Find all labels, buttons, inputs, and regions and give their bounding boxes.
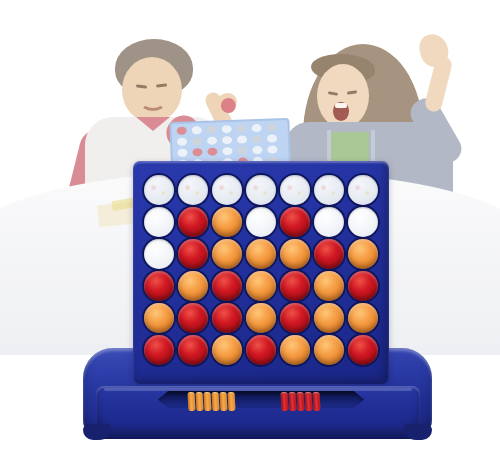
spare-orange-disc bbox=[212, 392, 220, 411]
mini-cell-r3c6 bbox=[252, 146, 262, 154]
cell-r1c6 bbox=[314, 175, 344, 205]
mini-cell-r3c1 bbox=[177, 149, 187, 157]
cell-r2c2 bbox=[178, 207, 208, 237]
mini-cell-r3c5 bbox=[237, 146, 247, 154]
spare-red-disc bbox=[305, 392, 313, 411]
cell-r4c6 bbox=[314, 271, 344, 301]
cell-r1c5 bbox=[280, 175, 310, 205]
cell-r2c6 bbox=[314, 207, 344, 237]
spare-orange-disc bbox=[220, 392, 228, 411]
mini-cell-r2c6 bbox=[252, 135, 262, 143]
cell-r4c4 bbox=[246, 271, 276, 301]
mini-cell-r2c1 bbox=[177, 138, 187, 146]
mini-cell-r3c4 bbox=[222, 147, 232, 155]
cell-r3c1 bbox=[144, 239, 174, 269]
mini-cell-r1c2 bbox=[192, 126, 202, 134]
cell-r1c3 bbox=[212, 175, 242, 205]
cell-r2c1 bbox=[144, 207, 174, 237]
mini-cell-r1c7 bbox=[267, 123, 277, 131]
cell-r4c1 bbox=[144, 271, 174, 301]
cell-r6c7 bbox=[348, 335, 378, 365]
mini-cell-r3c2 bbox=[192, 148, 202, 156]
cell-r5c7 bbox=[348, 303, 378, 333]
cell-r6c5 bbox=[280, 335, 310, 365]
cell-r2c4 bbox=[246, 207, 276, 237]
spare-orange-disc bbox=[188, 392, 196, 411]
spare-orange-disc bbox=[204, 392, 212, 411]
cell-r3c5 bbox=[280, 239, 310, 269]
mini-cell-r1c4 bbox=[222, 125, 232, 133]
cell-r3c3 bbox=[212, 239, 242, 269]
girl-teeth bbox=[335, 103, 347, 108]
boy-smile bbox=[140, 93, 166, 111]
mini-cell-r2c5 bbox=[237, 135, 247, 143]
spare-orange-disc bbox=[228, 392, 236, 411]
spare-red-disc bbox=[313, 392, 321, 411]
cell-r5c1 bbox=[144, 303, 174, 333]
mini-cell-r2c3 bbox=[207, 136, 217, 144]
mini-cell-r3c7 bbox=[267, 145, 277, 153]
cell-r1c2 bbox=[178, 175, 208, 205]
spare-red-disc bbox=[297, 392, 305, 411]
cell-r4c7 bbox=[348, 271, 378, 301]
spare-red-discs bbox=[281, 392, 320, 411]
cell-r6c6 bbox=[314, 335, 344, 365]
cell-r5c2 bbox=[178, 303, 208, 333]
spare-orange-disc bbox=[196, 392, 204, 411]
mini-cell-r2c7 bbox=[267, 134, 277, 142]
cell-r1c1 bbox=[144, 175, 174, 205]
base-bottom-edge bbox=[92, 429, 422, 439]
cell-r5c5 bbox=[280, 303, 310, 333]
cell-r3c4 bbox=[246, 239, 276, 269]
cell-r2c7 bbox=[348, 207, 378, 237]
cell-r5c6 bbox=[314, 303, 344, 333]
mini-cell-r1c3 bbox=[207, 125, 217, 133]
base-right-foot bbox=[404, 424, 432, 440]
cell-r1c4 bbox=[246, 175, 276, 205]
cell-r6c4 bbox=[246, 335, 276, 365]
cell-r4c5 bbox=[280, 271, 310, 301]
cell-r6c1 bbox=[144, 335, 174, 365]
dropping-red-disc bbox=[221, 98, 237, 114]
cell-r6c2 bbox=[178, 335, 208, 365]
cell-r2c3 bbox=[212, 207, 242, 237]
cell-r5c4 bbox=[246, 303, 276, 333]
mini-cell-r1c5 bbox=[237, 124, 247, 132]
mini-cell-r2c2 bbox=[192, 137, 202, 145]
cell-r3c2 bbox=[178, 239, 208, 269]
cell-r3c6 bbox=[314, 239, 344, 269]
mini-cell-r1c6 bbox=[252, 124, 262, 132]
spare-red-disc bbox=[289, 392, 297, 411]
board-grid bbox=[144, 175, 378, 365]
spare-red-disc bbox=[281, 392, 289, 411]
cell-r6c3 bbox=[212, 335, 242, 365]
connect-four-frame bbox=[133, 161, 389, 384]
cell-r2c5 bbox=[280, 207, 310, 237]
spare-orange-discs bbox=[188, 392, 235, 411]
cell-r1c7 bbox=[348, 175, 378, 205]
product-photo bbox=[0, 0, 500, 469]
mini-cell-r2c4 bbox=[222, 136, 232, 144]
cell-r5c3 bbox=[212, 303, 242, 333]
cell-r3c7 bbox=[348, 239, 378, 269]
mini-cell-r1c1 bbox=[177, 127, 187, 135]
cell-r4c3 bbox=[212, 271, 242, 301]
mini-cell-r3c3 bbox=[207, 147, 217, 155]
cell-r4c2 bbox=[178, 271, 208, 301]
